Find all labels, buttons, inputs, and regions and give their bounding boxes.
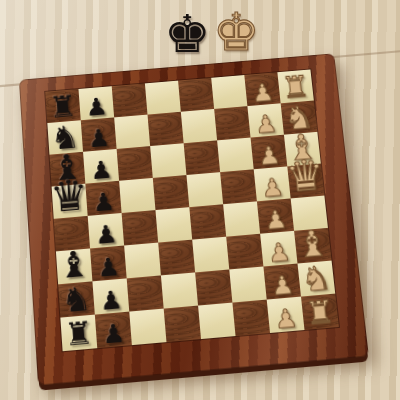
black-queen[interactable]: ♛ bbox=[49, 174, 90, 219]
white-pawn[interactable]: ♟ bbox=[273, 305, 298, 332]
black-pawn[interactable]: ♟ bbox=[87, 126, 111, 152]
board-square[interactable] bbox=[145, 81, 181, 115]
board-square[interactable] bbox=[189, 204, 226, 239]
board-square[interactable]: ♟ bbox=[92, 278, 129, 314]
white-pawn[interactable]: ♟ bbox=[270, 272, 295, 299]
board-square[interactable]: ♟ bbox=[81, 117, 117, 151]
board-square[interactable] bbox=[153, 175, 190, 210]
board-square[interactable] bbox=[195, 269, 232, 305]
board-square[interactable]: ♟ bbox=[260, 231, 297, 267]
board-square[interactable] bbox=[226, 234, 263, 270]
board-square[interactable]: ♜ bbox=[301, 294, 339, 330]
white-knight[interactable]: ♞ bbox=[300, 261, 333, 297]
board-square[interactable] bbox=[161, 272, 198, 308]
white-queen[interactable]: ♛ bbox=[284, 154, 327, 199]
board-square[interactable] bbox=[127, 275, 164, 311]
board-square[interactable]: ♟ bbox=[78, 86, 114, 120]
board-square[interactable] bbox=[229, 266, 266, 302]
chess-board-frame: ♜♟♟♜♞♟♟♞♝♟♟♝♛♟♟♛♟♟♝♟♟♝♞♟♟♞♜♟♟♜ bbox=[19, 53, 369, 385]
board-square[interactable]: ♞ bbox=[297, 261, 335, 297]
board-square[interactable] bbox=[217, 138, 254, 173]
black-knight[interactable]: ♞ bbox=[60, 282, 92, 318]
board-square[interactable] bbox=[129, 309, 166, 346]
board-square[interactable] bbox=[198, 303, 235, 340]
white-pawn[interactable]: ♟ bbox=[254, 111, 278, 137]
board-square[interactable]: ♛ bbox=[52, 184, 88, 219]
board-square[interactable] bbox=[232, 300, 270, 336]
board-square[interactable] bbox=[211, 75, 247, 109]
white-pawn[interactable]: ♟ bbox=[260, 175, 285, 201]
white-pawn[interactable]: ♟ bbox=[251, 80, 275, 105]
board-square[interactable] bbox=[147, 112, 183, 146]
black-pawn[interactable]: ♟ bbox=[92, 189, 116, 215]
black-pawn[interactable]: ♟ bbox=[101, 320, 126, 347]
board-square[interactable] bbox=[164, 306, 201, 343]
black-pawn[interactable]: ♟ bbox=[85, 94, 109, 120]
white-rook[interactable]: ♜ bbox=[304, 296, 335, 330]
board-square[interactable]: ♟ bbox=[267, 297, 305, 333]
black-pawn[interactable]: ♟ bbox=[96, 254, 120, 281]
chess-board: ♜♟♟♜♞♟♟♞♝♟♟♝♛♟♟♛♟♟♝♟♟♝♞♟♟♞♜♟♟♜ bbox=[45, 69, 339, 351]
board-square[interactable] bbox=[220, 169, 257, 204]
black-pawn[interactable]: ♟ bbox=[99, 287, 124, 314]
board-square[interactable]: ♛ bbox=[287, 164, 324, 199]
board-square[interactable] bbox=[184, 140, 220, 175]
board-square[interactable]: ♟ bbox=[95, 312, 132, 349]
board-square[interactable] bbox=[150, 143, 186, 178]
board-square[interactable]: ♟ bbox=[83, 149, 119, 184]
board-square[interactable] bbox=[214, 106, 250, 140]
board-square[interactable]: ♟ bbox=[263, 264, 301, 300]
board-square[interactable] bbox=[122, 210, 159, 245]
board-square[interactable] bbox=[112, 83, 148, 117]
board-square[interactable]: ♟ bbox=[257, 198, 294, 233]
board-square[interactable] bbox=[178, 78, 214, 112]
board-square[interactable]: ♟ bbox=[88, 213, 124, 248]
white-pawn[interactable]: ♟ bbox=[263, 207, 288, 233]
board-square[interactable] bbox=[192, 237, 229, 273]
board-square[interactable]: ♟ bbox=[85, 181, 121, 216]
board-square[interactable] bbox=[155, 207, 192, 242]
off-board-white-king[interactable]: ♚ bbox=[213, 6, 260, 58]
board-square[interactable]: ♞ bbox=[58, 281, 95, 317]
board-square[interactable] bbox=[158, 240, 195, 276]
chess-board-wrap: ♜♟♟♜♞♟♟♞♝♟♟♝♛♟♟♛♟♟♝♟♟♝♞♟♟♞♜♟♟♜ bbox=[19, 53, 369, 385]
board-square[interactable] bbox=[119, 178, 155, 213]
board-square[interactable] bbox=[117, 146, 153, 181]
board-square[interactable]: ♜ bbox=[60, 315, 97, 352]
off-board-black-king[interactable]: ♚ bbox=[164, 8, 211, 60]
black-pawn[interactable]: ♟ bbox=[89, 157, 113, 183]
white-pawn[interactable]: ♟ bbox=[267, 239, 292, 266]
board-square[interactable] bbox=[223, 201, 260, 236]
board-square[interactable]: ♟ bbox=[90, 246, 127, 282]
board-square[interactable] bbox=[186, 172, 223, 207]
board-square[interactable]: ♟ bbox=[247, 103, 284, 137]
board-square[interactable]: ♟ bbox=[244, 72, 280, 106]
white-pawn[interactable]: ♟ bbox=[257, 143, 282, 169]
black-pawn[interactable]: ♟ bbox=[94, 221, 118, 248]
board-square[interactable]: ♟ bbox=[251, 135, 288, 170]
board-square[interactable] bbox=[114, 115, 150, 149]
black-rook[interactable]: ♜ bbox=[64, 317, 94, 351]
board-square[interactable] bbox=[181, 109, 217, 143]
board-square[interactable] bbox=[124, 243, 161, 279]
